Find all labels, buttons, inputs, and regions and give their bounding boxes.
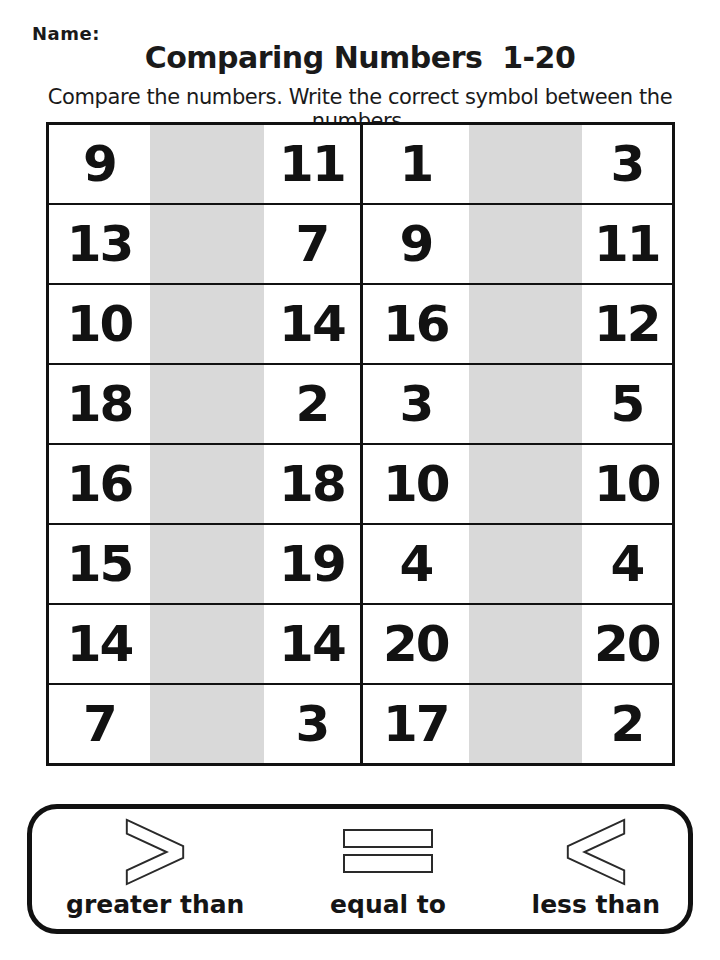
answer-cell[interactable] — [469, 365, 582, 443]
answer-cell[interactable] — [150, 205, 264, 283]
number-cell: 14 — [264, 605, 360, 683]
table-row: 13 7 9 11 — [49, 205, 672, 285]
table-row: 18 2 3 5 — [49, 365, 672, 445]
answer-cell[interactable] — [469, 445, 582, 523]
answer-cell[interactable] — [150, 685, 264, 763]
legend-label: less than — [532, 890, 660, 919]
number-cell: 20 — [360, 605, 469, 683]
number-cell: 2 — [582, 685, 672, 763]
legend-item-less-than: less than — [532, 820, 660, 919]
answer-cell[interactable] — [469, 525, 582, 603]
number-cell: 18 — [49, 365, 150, 443]
legend-label: greater than — [66, 890, 244, 919]
answer-cell[interactable] — [469, 685, 582, 763]
number-cell: 5 — [582, 365, 672, 443]
answer-cell[interactable] — [150, 285, 264, 363]
answer-cell[interactable] — [469, 605, 582, 683]
number-cell: 11 — [582, 205, 672, 283]
number-cell: 2 — [264, 365, 360, 443]
equal-to-icon — [342, 820, 434, 884]
answer-cell[interactable] — [469, 125, 582, 203]
number-cell: 4 — [582, 525, 672, 603]
number-cell: 7 — [49, 685, 150, 763]
answer-cell[interactable] — [469, 205, 582, 283]
worksheet-page: Name: Comparing Numbers 1-20 Compare the… — [0, 0, 720, 960]
number-cell: 7 — [264, 205, 360, 283]
number-cell: 14 — [264, 285, 360, 363]
table-row: 15 19 4 4 — [49, 525, 672, 605]
number-cell: 20 — [582, 605, 672, 683]
number-cell: 12 — [582, 285, 672, 363]
number-cell: 9 — [360, 205, 469, 283]
answer-cell[interactable] — [150, 605, 264, 683]
table-row: 16 18 10 10 — [49, 445, 672, 525]
number-cell: 3 — [582, 125, 672, 203]
answer-cell[interactable] — [150, 445, 264, 523]
number-cell: 17 — [360, 685, 469, 763]
symbol-legend: greater than equal to less than — [27, 804, 693, 934]
answer-cell[interactable] — [150, 525, 264, 603]
legend-item-greater-than: greater than — [66, 820, 244, 919]
answer-cell[interactable] — [469, 285, 582, 363]
number-cell: 13 — [49, 205, 150, 283]
table-row: 9 11 1 3 — [49, 125, 672, 205]
number-cell: 14 — [49, 605, 150, 683]
number-cell: 3 — [264, 685, 360, 763]
number-cell: 10 — [49, 285, 150, 363]
legend-label: equal to — [330, 890, 446, 919]
table-row: 14 14 20 20 — [49, 605, 672, 685]
answer-cell[interactable] — [150, 125, 264, 203]
number-cell: 3 — [360, 365, 469, 443]
table-row: 7 3 17 2 — [49, 685, 672, 763]
comparison-table: 9 11 1 3 13 7 9 11 10 14 16 12 18 2 — [46, 122, 675, 766]
number-cell: 11 — [264, 125, 360, 203]
page-title: Comparing Numbers 1-20 — [0, 40, 720, 75]
number-cell: 15 — [49, 525, 150, 603]
number-cell: 4 — [360, 525, 469, 603]
number-cell: 1 — [360, 125, 469, 203]
answer-cell[interactable] — [150, 365, 264, 443]
number-cell: 9 — [49, 125, 150, 203]
number-cell: 16 — [360, 285, 469, 363]
number-cell: 16 — [49, 445, 150, 523]
number-cell: 18 — [264, 445, 360, 523]
legend-item-equal-to: equal to — [330, 820, 446, 919]
number-cell: 10 — [360, 445, 469, 523]
number-cell: 10 — [582, 445, 672, 523]
table-row: 10 14 16 12 — [49, 285, 672, 365]
less-than-icon — [564, 820, 628, 884]
number-cell: 19 — [264, 525, 360, 603]
greater-than-icon — [123, 820, 187, 884]
